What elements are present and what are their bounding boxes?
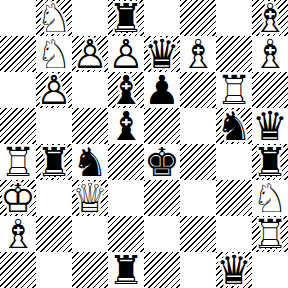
piece-black-rook: ♜ xyxy=(108,0,144,38)
square-a1[interactable] xyxy=(0,252,36,288)
square-b7[interactable]: ♞♘ xyxy=(36,36,72,72)
piece-fill-layer: ♜ xyxy=(216,70,252,110)
piece-fill-layer: ♝ xyxy=(180,34,216,74)
square-h1[interactable] xyxy=(252,252,288,288)
piece-white-bishop: ♗ xyxy=(252,34,288,74)
square-a6[interactable] xyxy=(0,72,36,108)
piece-black-rook: ♜ xyxy=(108,250,144,288)
square-b2[interactable] xyxy=(36,216,72,252)
square-h5[interactable]: ♛ xyxy=(252,108,288,144)
square-c1[interactable] xyxy=(72,252,108,288)
piece-fill-layer: ♝ xyxy=(252,0,288,38)
square-g7[interactable] xyxy=(216,36,252,72)
piece-white-knight: ♘ xyxy=(36,0,72,38)
square-g8[interactable] xyxy=(216,0,252,36)
square-h4[interactable]: ♜ xyxy=(252,144,288,180)
square-g1[interactable]: ♛ xyxy=(216,252,252,288)
square-f1[interactable] xyxy=(180,252,216,288)
square-g5[interactable]: ♞ xyxy=(216,108,252,144)
square-b3[interactable] xyxy=(36,180,72,216)
piece-white-bishop: ♗ xyxy=(0,214,36,254)
square-c3[interactable]: ♛♕ xyxy=(72,180,108,216)
square-d6[interactable]: ♝ xyxy=(108,72,144,108)
square-a8[interactable] xyxy=(0,0,36,36)
piece-fill-layer: ♜ xyxy=(0,142,36,182)
square-f7[interactable]: ♝♗ xyxy=(180,36,216,72)
square-b8[interactable]: ♞♘ xyxy=(36,0,72,36)
piece-black-knight: ♞ xyxy=(216,106,252,146)
square-e7[interactable]: ♛ xyxy=(144,36,180,72)
square-a3[interactable]: ♚♔ xyxy=(0,180,36,216)
square-h7[interactable]: ♝♗ xyxy=(252,36,288,72)
piece-white-bishop: ♗ xyxy=(180,34,216,74)
square-e6[interactable]: ♟ xyxy=(144,72,180,108)
piece-fill-layer: ♝ xyxy=(0,214,36,254)
square-h3[interactable]: ♞♘ xyxy=(252,180,288,216)
piece-white-bishop: ♗ xyxy=(252,0,288,38)
piece-black-knight: ♞ xyxy=(72,142,108,182)
square-c2[interactable] xyxy=(72,216,108,252)
square-f2[interactable] xyxy=(180,216,216,252)
square-d4[interactable] xyxy=(108,144,144,180)
square-f3[interactable] xyxy=(180,180,216,216)
square-c5[interactable] xyxy=(72,108,108,144)
piece-black-queen: ♛ xyxy=(252,106,288,146)
piece-black-rook: ♜ xyxy=(36,142,72,182)
square-a7[interactable] xyxy=(0,36,36,72)
piece-fill-layer: ♜ xyxy=(252,214,288,254)
square-g3[interactable] xyxy=(216,180,252,216)
piece-white-rook: ♖ xyxy=(216,70,252,110)
piece-fill-layer: ♟ xyxy=(108,34,144,74)
square-g6[interactable]: ♜♖ xyxy=(216,72,252,108)
piece-fill-layer: ♚ xyxy=(0,178,36,218)
square-c8[interactable] xyxy=(72,0,108,36)
square-f6[interactable] xyxy=(180,72,216,108)
square-f5[interactable] xyxy=(180,108,216,144)
square-a2[interactable]: ♝♗ xyxy=(0,216,36,252)
square-c7[interactable]: ♟♙ xyxy=(72,36,108,72)
square-e5[interactable] xyxy=(144,108,180,144)
piece-black-king: ♚ xyxy=(144,142,180,182)
square-d1[interactable]: ♜ xyxy=(108,252,144,288)
piece-white-pawn: ♙ xyxy=(108,34,144,74)
piece-fill-layer: ♞ xyxy=(36,0,72,38)
piece-fill-layer: ♛ xyxy=(72,178,108,218)
piece-white-queen: ♕ xyxy=(72,178,108,218)
square-f8[interactable] xyxy=(180,0,216,36)
piece-fill-layer: ♞ xyxy=(36,34,72,74)
square-b5[interactable] xyxy=(36,108,72,144)
square-c4[interactable]: ♞ xyxy=(72,144,108,180)
square-d8[interactable]: ♜ xyxy=(108,0,144,36)
chess-board: ♞♘♜♝♗♞♘♟♙♟♙♛♝♗♝♗♟♙♝♟♜♖♝♞♛♜♖♜♞♚♜♚♔♛♕♞♘♝♗♜… xyxy=(0,0,288,288)
square-g4[interactable] xyxy=(216,144,252,180)
piece-fill-layer: ♟ xyxy=(36,70,72,110)
square-a4[interactable]: ♜♖ xyxy=(0,144,36,180)
piece-white-pawn: ♙ xyxy=(36,70,72,110)
square-d5[interactable]: ♝ xyxy=(108,108,144,144)
square-b4[interactable]: ♜ xyxy=(36,144,72,180)
square-h6[interactable] xyxy=(252,72,288,108)
piece-white-knight: ♘ xyxy=(252,178,288,218)
square-e3[interactable] xyxy=(144,180,180,216)
piece-black-pawn: ♟ xyxy=(144,70,180,110)
square-e4[interactable]: ♚ xyxy=(144,144,180,180)
square-c6[interactable] xyxy=(72,72,108,108)
square-e1[interactable] xyxy=(144,252,180,288)
square-d2[interactable] xyxy=(108,216,144,252)
piece-white-rook: ♖ xyxy=(0,142,36,182)
square-d3[interactable] xyxy=(108,180,144,216)
piece-white-rook: ♖ xyxy=(252,214,288,254)
piece-black-queen: ♛ xyxy=(216,250,252,288)
piece-white-pawn: ♙ xyxy=(72,34,108,74)
piece-fill-layer: ♟ xyxy=(72,34,108,74)
square-e8[interactable] xyxy=(144,0,180,36)
square-d7[interactable]: ♟♙ xyxy=(108,36,144,72)
square-b6[interactable]: ♟♙ xyxy=(36,72,72,108)
square-e2[interactable] xyxy=(144,216,180,252)
piece-black-queen: ♛ xyxy=(144,34,180,74)
square-a5[interactable] xyxy=(0,108,36,144)
square-g2[interactable] xyxy=(216,216,252,252)
square-b1[interactable] xyxy=(36,252,72,288)
piece-black-bishop: ♝ xyxy=(108,106,144,146)
piece-white-king: ♔ xyxy=(0,178,36,218)
piece-white-knight: ♘ xyxy=(36,34,72,74)
piece-black-bishop: ♝ xyxy=(108,70,144,110)
square-h8[interactable]: ♝♗ xyxy=(252,0,288,36)
square-f4[interactable] xyxy=(180,144,216,180)
square-h2[interactable]: ♜♖ xyxy=(252,216,288,252)
piece-fill-layer: ♞ xyxy=(252,178,288,218)
piece-fill-layer: ♝ xyxy=(252,34,288,74)
piece-black-rook: ♜ xyxy=(252,142,288,182)
